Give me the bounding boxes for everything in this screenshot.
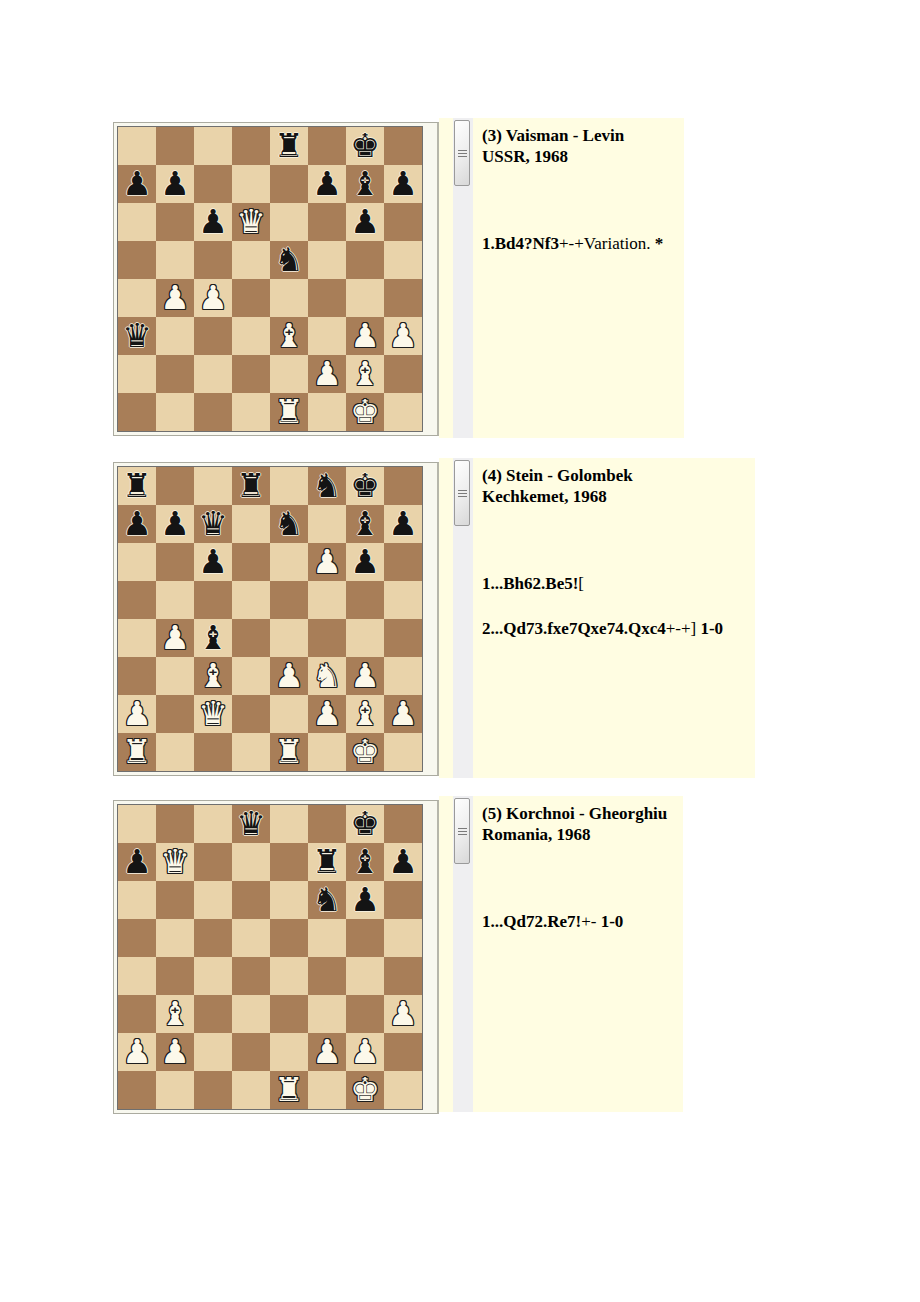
square-d4 [232, 619, 270, 657]
square-a3 [118, 657, 156, 695]
black-pawn: ♟ [388, 505, 418, 543]
square-b4: ♟ [156, 619, 194, 657]
square-c1 [194, 733, 232, 771]
square-g8: ♚ [346, 805, 384, 843]
square-a1: ♜ [118, 733, 156, 771]
square-c1 [194, 393, 232, 431]
square-c2: ♛ [194, 695, 232, 733]
white-pawn: ♟ [388, 695, 418, 733]
square-e3: ♝ [270, 317, 308, 355]
scrollbar-grip-icon [458, 828, 467, 835]
square-g5 [346, 581, 384, 619]
move-notation: 1...Bh62.Be5! [482, 574, 578, 593]
board-widget-5: ♛♚♟♛♜♝♟♞♟♝♟♟♟♟♟♜♚ [113, 800, 439, 1114]
square-c6 [194, 881, 232, 919]
square-d1 [232, 1071, 270, 1109]
square-c6: ♟ [194, 543, 232, 581]
white-pawn: ♟ [198, 279, 228, 317]
square-g4 [346, 619, 384, 657]
square-d6: ♛ [232, 203, 270, 241]
black-knight: ♞ [312, 881, 342, 919]
square-a6 [118, 881, 156, 919]
square-g1: ♚ [346, 733, 384, 771]
white-bishop: ♝ [160, 995, 190, 1033]
scrollbar-thumb[interactable] [454, 798, 470, 864]
square-e4 [270, 279, 308, 317]
square-c6: ♟ [194, 203, 232, 241]
square-h5 [384, 241, 422, 279]
square-d8 [232, 127, 270, 165]
square-b3 [156, 317, 194, 355]
square-d5 [232, 241, 270, 279]
white-rook: ♜ [274, 1071, 304, 1109]
panel-scrollbar[interactable] [453, 458, 473, 778]
square-b8 [156, 467, 194, 505]
square-g1: ♚ [346, 1071, 384, 1109]
move-line: 1...Qd72.Re7!+- 1-0 [482, 912, 674, 932]
square-b7: ♟ [156, 505, 194, 543]
white-rook: ♜ [274, 733, 304, 771]
panel-scrollbar[interactable] [453, 118, 473, 438]
square-a7: ♟ [118, 165, 156, 203]
square-a6 [118, 543, 156, 581]
square-f7: ♜ [308, 843, 346, 881]
square-c7 [194, 165, 232, 203]
black-bishop: ♝ [350, 505, 380, 543]
square-e6 [270, 203, 308, 241]
square-h3: ♟ [384, 995, 422, 1033]
white-pawn: ♟ [350, 657, 380, 695]
move-notation: * [655, 234, 664, 253]
square-a4 [118, 957, 156, 995]
move-line: 1.Bd4?Nf3+-+Variation. * [482, 234, 675, 254]
square-b3 [156, 657, 194, 695]
white-pawn: ♟ [160, 619, 190, 657]
square-h6 [384, 543, 422, 581]
game-section-5: ♛♚♟♛♜♝♟♞♟♝♟♟♟♟♟♜♚ (5) Korchnoi - Gheorgh… [113, 796, 920, 1112]
white-bishop: ♝ [350, 695, 380, 733]
square-a5 [118, 581, 156, 619]
printout-content: ♜♚♟♟♟♝♟♟♛♟♞♟♟♛♝♟♟♟♝♜♚ (3) Vaisman - Levi… [0, 0, 920, 1112]
white-queen: ♛ [160, 843, 190, 881]
square-d7 [232, 165, 270, 203]
square-b6 [156, 881, 194, 919]
square-c3 [194, 317, 232, 355]
square-a3: ♛ [118, 317, 156, 355]
evaluation-text: +- [581, 912, 601, 931]
square-h5 [384, 919, 422, 957]
square-d4 [232, 279, 270, 317]
square-b6 [156, 203, 194, 241]
square-d3 [232, 657, 270, 695]
white-knight: ♞ [312, 657, 342, 695]
square-b7: ♟ [156, 165, 194, 203]
square-b3: ♝ [156, 995, 194, 1033]
square-a1 [118, 393, 156, 431]
square-g8: ♚ [346, 467, 384, 505]
square-b8 [156, 127, 194, 165]
square-f1 [308, 1071, 346, 1109]
square-d6 [232, 543, 270, 581]
square-e6 [270, 881, 308, 919]
black-queen: ♛ [198, 505, 228, 543]
square-c3: ♝ [194, 657, 232, 695]
square-a8 [118, 805, 156, 843]
square-a8: ♜ [118, 467, 156, 505]
black-pawn: ♟ [350, 203, 380, 241]
square-g7: ♝ [346, 505, 384, 543]
move-notation: 1-0 [700, 619, 723, 638]
annotation-panel-4: (4) Stein - Golombek Kechkemet, 1968 1..… [473, 458, 755, 778]
square-d2 [232, 695, 270, 733]
black-queen: ♛ [122, 317, 152, 355]
square-g3 [346, 995, 384, 1033]
white-pawn: ♟ [388, 317, 418, 355]
square-b5 [156, 241, 194, 279]
square-h8 [384, 805, 422, 843]
black-pawn: ♟ [122, 165, 152, 203]
square-d5 [232, 919, 270, 957]
square-a7: ♟ [118, 843, 156, 881]
scrollbar-grip-icon [458, 150, 467, 157]
white-pawn: ♟ [160, 1033, 190, 1071]
square-g2: ♝ [346, 695, 384, 733]
game-event: Romania, 1968 [482, 824, 674, 845]
square-c2 [194, 1033, 232, 1071]
square-h1 [384, 733, 422, 771]
square-b2: ♟ [156, 1033, 194, 1071]
square-g1: ♚ [346, 393, 384, 431]
square-d1 [232, 733, 270, 771]
white-pawn: ♟ [350, 1033, 380, 1071]
game-event: USSR, 1968 [482, 146, 675, 167]
square-e3: ♟ [270, 657, 308, 695]
game-moves: 1.Bd4?Nf3+-+Variation. * [482, 234, 675, 254]
white-pawn: ♟ [274, 657, 304, 695]
square-g3: ♟ [346, 317, 384, 355]
square-e8: ♜ [270, 127, 308, 165]
square-f8 [308, 805, 346, 843]
move-notation: 1.Bd4?Nf3 [482, 234, 559, 253]
panel-left-gutter [439, 458, 453, 778]
square-c8 [194, 467, 232, 505]
square-f7 [308, 505, 346, 543]
black-rook: ♜ [312, 843, 342, 881]
square-b2 [156, 355, 194, 393]
black-pawn: ♟ [198, 543, 228, 581]
square-e1: ♜ [270, 733, 308, 771]
square-a7: ♟ [118, 505, 156, 543]
square-e1: ♜ [270, 393, 308, 431]
square-g4 [346, 279, 384, 317]
square-h6 [384, 881, 422, 919]
square-g2: ♟ [346, 1033, 384, 1071]
square-h2: ♟ [384, 695, 422, 733]
square-c4 [194, 957, 232, 995]
black-rook: ♜ [274, 127, 304, 165]
panel-left-gutter [439, 796, 453, 1112]
square-a6 [118, 203, 156, 241]
game-event: Kechkemet, 1968 [482, 486, 746, 507]
square-e5 [270, 919, 308, 957]
black-pawn: ♟ [388, 843, 418, 881]
square-e7 [270, 165, 308, 203]
square-f1 [308, 733, 346, 771]
square-e4 [270, 619, 308, 657]
square-c1 [194, 1071, 232, 1109]
square-f8: ♞ [308, 467, 346, 505]
square-b7: ♛ [156, 843, 194, 881]
white-king: ♚ [350, 393, 380, 431]
white-pawn: ♟ [312, 1033, 342, 1071]
black-knight: ♞ [312, 467, 342, 505]
square-d8: ♛ [232, 805, 270, 843]
square-e5 [270, 581, 308, 619]
square-a2: ♟ [118, 1033, 156, 1071]
square-g5 [346, 241, 384, 279]
chess-games-printout: ♜♚♟♟♟♝♟♟♛♟♞♟♟♛♝♟♟♟♝♜♚ (3) Vaisman - Levi… [0, 0, 920, 1302]
square-f5 [308, 581, 346, 619]
square-c5 [194, 241, 232, 279]
panel-left-gutter [439, 118, 453, 438]
square-d3 [232, 995, 270, 1033]
black-queen: ♛ [236, 805, 266, 843]
square-b1 [156, 733, 194, 771]
square-g6: ♟ [346, 203, 384, 241]
square-d8: ♜ [232, 467, 270, 505]
move-notation: 2...Qd73.fxe7Qxe74.Qxc4 [482, 619, 666, 638]
white-king: ♚ [350, 1071, 380, 1109]
square-a3 [118, 995, 156, 1033]
square-a5 [118, 241, 156, 279]
square-c2 [194, 355, 232, 393]
white-bishop: ♝ [198, 657, 228, 695]
square-c7 [194, 843, 232, 881]
square-b8 [156, 805, 194, 843]
square-f5 [308, 241, 346, 279]
square-g7: ♝ [346, 843, 384, 881]
square-b1 [156, 393, 194, 431]
square-h3: ♟ [384, 317, 422, 355]
black-pawn: ♟ [160, 165, 190, 203]
game-title: (4) Stein - Golombek [482, 465, 746, 486]
square-f2: ♟ [308, 695, 346, 733]
black-bishop: ♝ [198, 619, 228, 657]
square-e7: ♞ [270, 505, 308, 543]
square-d6 [232, 881, 270, 919]
square-a4 [118, 279, 156, 317]
square-d7 [232, 505, 270, 543]
square-e6 [270, 543, 308, 581]
scrollbar-thumb[interactable] [454, 460, 470, 526]
chess-board-3: ♜♚♟♟♟♝♟♟♛♟♞♟♟♛♝♟♟♟♝♜♚ [117, 126, 423, 432]
chess-board-4: ♜♜♞♚♟♟♛♞♝♟♟♟♟♟♝♝♟♞♟♟♛♟♝♟♜♜♚ [117, 466, 423, 772]
square-h5 [384, 581, 422, 619]
white-pawn: ♟ [350, 317, 380, 355]
panel-scrollbar[interactable] [453, 796, 473, 1112]
white-pawn: ♟ [388, 995, 418, 1033]
square-d5 [232, 581, 270, 619]
white-bishop: ♝ [350, 355, 380, 393]
square-f6 [308, 203, 346, 241]
evaluation-text: [ [578, 574, 584, 593]
square-d3 [232, 317, 270, 355]
square-f3 [308, 317, 346, 355]
square-b2 [156, 695, 194, 733]
move-notation: 1...Qd72.Re7! [482, 912, 581, 931]
square-e8 [270, 805, 308, 843]
white-pawn: ♟ [312, 355, 342, 393]
square-a5 [118, 919, 156, 957]
square-d1 [232, 393, 270, 431]
square-g6: ♟ [346, 881, 384, 919]
square-f1 [308, 393, 346, 431]
square-g5 [346, 919, 384, 957]
square-f6: ♟ [308, 543, 346, 581]
square-c4: ♟ [194, 279, 232, 317]
square-c8 [194, 127, 232, 165]
square-a2 [118, 355, 156, 393]
black-king: ♚ [350, 127, 380, 165]
square-h4 [384, 279, 422, 317]
white-pawn: ♟ [160, 279, 190, 317]
square-g3: ♟ [346, 657, 384, 695]
square-h2 [384, 1033, 422, 1071]
square-h3 [384, 657, 422, 695]
square-h7: ♟ [384, 505, 422, 543]
square-a2: ♟ [118, 695, 156, 733]
square-g4 [346, 957, 384, 995]
square-h8 [384, 467, 422, 505]
square-f3: ♞ [308, 657, 346, 695]
square-f4 [308, 619, 346, 657]
square-f2: ♟ [308, 1033, 346, 1071]
game-moves: 1...Bh62.Be5![2...Qd73.fxe7Qxe74.Qxc4+-+… [482, 574, 746, 639]
chess-board-5: ♛♚♟♛♜♝♟♞♟♝♟♟♟♟♟♜♚ [117, 804, 423, 1110]
square-e2 [270, 355, 308, 393]
square-g7: ♝ [346, 165, 384, 203]
square-f5 [308, 919, 346, 957]
square-e2 [270, 695, 308, 733]
square-a8 [118, 127, 156, 165]
annotation-panel-5: (5) Korchnoi - Gheorghiu Romania, 1968 1… [473, 796, 683, 1112]
board-widget-4: ♜♜♞♚♟♟♛♞♝♟♟♟♟♟♝♝♟♞♟♟♛♟♝♟♜♜♚ [113, 462, 439, 776]
square-d4 [232, 957, 270, 995]
white-rook: ♜ [274, 393, 304, 431]
board-widget-3: ♜♚♟♟♟♝♟♟♛♟♞♟♟♛♝♟♟♟♝♜♚ [113, 122, 439, 436]
square-h1 [384, 393, 422, 431]
black-rook: ♜ [236, 467, 266, 505]
square-c8 [194, 805, 232, 843]
square-h4 [384, 619, 422, 657]
move-notation: 1-0 [601, 912, 624, 931]
white-queen: ♛ [236, 203, 266, 241]
move-line: 2...Qd73.fxe7Qxe74.Qxc4+-+] 1-0 [482, 619, 746, 639]
black-bishop: ♝ [350, 165, 380, 203]
square-b6 [156, 543, 194, 581]
square-c5 [194, 581, 232, 619]
white-bishop: ♝ [274, 317, 304, 355]
black-knight: ♞ [274, 505, 304, 543]
white-pawn: ♟ [312, 543, 342, 581]
square-f7: ♟ [308, 165, 346, 203]
black-pawn: ♟ [122, 843, 152, 881]
game-section-4: ♜♜♞♚♟♟♛♞♝♟♟♟♟♟♝♝♟♞♟♟♛♟♝♟♜♜♚ (4) Stein - … [113, 458, 920, 778]
square-e7 [270, 843, 308, 881]
square-c4: ♝ [194, 619, 232, 657]
square-b1 [156, 1071, 194, 1109]
white-pawn: ♟ [312, 695, 342, 733]
square-h8 [384, 127, 422, 165]
square-e1: ♜ [270, 1071, 308, 1109]
square-g6: ♟ [346, 543, 384, 581]
square-c7: ♛ [194, 505, 232, 543]
black-bishop: ♝ [350, 843, 380, 881]
game-title: (3) Vaisman - Levin [482, 125, 675, 146]
black-pawn: ♟ [350, 543, 380, 581]
square-f8 [308, 127, 346, 165]
square-c5 [194, 919, 232, 957]
square-b5 [156, 919, 194, 957]
square-e3 [270, 995, 308, 1033]
square-f4 [308, 957, 346, 995]
black-king: ♚ [350, 805, 380, 843]
square-g8: ♚ [346, 127, 384, 165]
evaluation-text: +-+] [666, 619, 701, 638]
move-line: 1...Bh62.Be5![ [482, 574, 746, 594]
square-b4: ♟ [156, 279, 194, 317]
square-e4 [270, 957, 308, 995]
game-section-3: ♜♚♟♟♟♝♟♟♛♟♞♟♟♛♝♟♟♟♝♜♚ (3) Vaisman - Levi… [113, 118, 920, 438]
game-title: (5) Korchnoi - Gheorghiu [482, 803, 674, 824]
white-rook: ♜ [122, 733, 152, 771]
black-pawn: ♟ [312, 165, 342, 203]
black-knight: ♞ [274, 241, 304, 279]
black-king: ♚ [350, 467, 380, 505]
scrollbar-thumb[interactable] [454, 120, 470, 186]
square-e8 [270, 467, 308, 505]
square-d2 [232, 1033, 270, 1071]
white-pawn: ♟ [122, 1033, 152, 1071]
square-f2: ♟ [308, 355, 346, 393]
white-pawn: ♟ [122, 695, 152, 733]
square-a4 [118, 619, 156, 657]
black-pawn: ♟ [350, 881, 380, 919]
square-e2 [270, 1033, 308, 1071]
square-h1 [384, 1071, 422, 1109]
black-pawn: ♟ [160, 505, 190, 543]
annotation-panel-3: (3) Vaisman - Levin USSR, 1968 1.Bd4?Nf3… [473, 118, 684, 438]
square-h2 [384, 355, 422, 393]
square-d7 [232, 843, 270, 881]
black-rook: ♜ [122, 467, 152, 505]
square-f4 [308, 279, 346, 317]
black-pawn: ♟ [388, 165, 418, 203]
square-f6: ♞ [308, 881, 346, 919]
square-g2: ♝ [346, 355, 384, 393]
square-h7: ♟ [384, 165, 422, 203]
square-b5 [156, 581, 194, 619]
white-king: ♚ [350, 733, 380, 771]
square-c3 [194, 995, 232, 1033]
scrollbar-grip-icon [458, 490, 467, 497]
square-h7: ♟ [384, 843, 422, 881]
square-h6 [384, 203, 422, 241]
square-f3 [308, 995, 346, 1033]
black-pawn: ♟ [198, 203, 228, 241]
square-b4 [156, 957, 194, 995]
square-d2 [232, 355, 270, 393]
